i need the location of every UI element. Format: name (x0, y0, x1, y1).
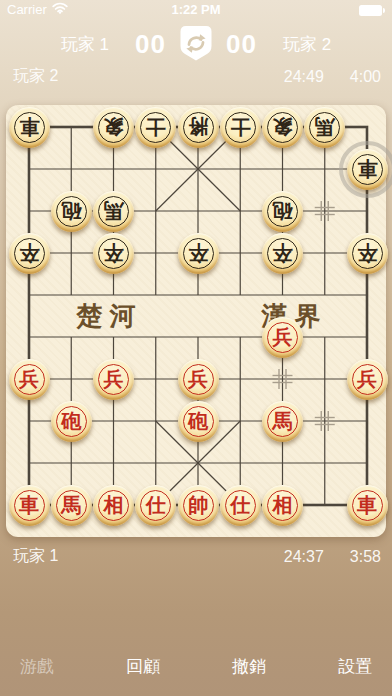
top-player-row: 玩家 2 24:49 4:00 (13, 66, 381, 87)
piece-glyph: 卒 (104, 243, 124, 263)
piece-red-rook[interactable]: 車 (347, 485, 388, 526)
piece-ring: 卒 (14, 238, 45, 269)
piece-glyph: 士 (230, 117, 250, 137)
piece-red-soldier[interactable]: 兵 (347, 359, 388, 400)
toolbar-undo-button[interactable]: 撤銷 (232, 655, 266, 678)
piece-red-advisor[interactable]: 仕 (220, 485, 261, 526)
piece-glyph: 馬 (315, 117, 335, 137)
piece-glyph: 兵 (357, 369, 377, 389)
piece-ring: 卒 (267, 238, 298, 269)
piece-black-elephant[interactable]: 象 (262, 107, 303, 148)
piece-ring: 仕 (140, 490, 171, 521)
piece-glyph: 馬 (273, 411, 293, 431)
piece-ring: 車 (352, 490, 383, 521)
piece-black-soldier[interactable]: 卒 (9, 233, 50, 274)
piece-glyph: 相 (104, 495, 124, 515)
swap-sides-icon (179, 25, 213, 63)
piece-red-rook[interactable]: 車 (9, 485, 50, 526)
piece-black-general[interactable]: 將 (178, 107, 219, 148)
player2-name: 玩家 2 (283, 33, 331, 56)
piece-red-elephant[interactable]: 相 (93, 485, 134, 526)
piece-red-elephant[interactable]: 相 (262, 485, 303, 526)
pieces-layer: 車象士將士象馬車砲馬砲卒卒卒卒卒兵兵兵兵兵砲砲馬車馬相仕帥仕相車 (6, 105, 386, 537)
piece-black-soldier[interactable]: 卒 (347, 233, 388, 274)
piece-ring: 車 (352, 154, 383, 185)
piece-ring: 兵 (267, 322, 298, 353)
piece-black-elephant[interactable]: 象 (93, 107, 134, 148)
piece-glyph: 士 (146, 117, 166, 137)
piece-ring: 砲 (56, 196, 87, 227)
piece-ring: 車 (14, 112, 45, 143)
piece-ring: 相 (98, 490, 129, 521)
bottom-player-name: 玩家 1 (13, 546, 58, 567)
piece-glyph: 相 (273, 495, 293, 515)
piece-ring: 砲 (267, 196, 298, 227)
piece-glyph: 馬 (61, 495, 81, 515)
piece-glyph: 砲 (61, 411, 81, 431)
piece-ring: 車 (14, 490, 45, 521)
piece-glyph: 馬 (104, 201, 124, 221)
player2-score: 00 (226, 29, 257, 60)
piece-red-soldier[interactable]: 兵 (262, 317, 303, 358)
player1-name: 玩家 1 (61, 33, 109, 56)
piece-black-soldier[interactable]: 卒 (93, 233, 134, 274)
piece-glyph: 兵 (273, 327, 293, 347)
piece-red-horse[interactable]: 馬 (51, 485, 92, 526)
piece-ring: 帥 (183, 490, 214, 521)
piece-ring: 卒 (352, 238, 383, 269)
piece-ring: 仕 (225, 490, 256, 521)
piece-glyph: 卒 (273, 243, 293, 263)
piece-ring: 卒 (98, 238, 129, 269)
top-player-move-time: 4:00 (350, 68, 381, 86)
piece-black-cannon[interactable]: 砲 (262, 191, 303, 232)
status-bar: Carrier 1:22 PM (0, 0, 392, 22)
piece-ring: 象 (267, 112, 298, 143)
piece-glyph: 卒 (188, 243, 208, 263)
piece-red-cannon[interactable]: 砲 (178, 401, 219, 442)
top-player-name: 玩家 2 (13, 66, 58, 87)
piece-ring: 士 (140, 112, 171, 143)
toolbar-game-button[interactable]: 游戲 (20, 655, 54, 678)
piece-red-advisor[interactable]: 仕 (135, 485, 176, 526)
piece-glyph: 卒 (19, 243, 39, 263)
piece-ring: 馬 (309, 112, 340, 143)
piece-black-cannon[interactable]: 砲 (51, 191, 92, 232)
piece-ring: 卒 (183, 238, 214, 269)
xiangqi-board[interactable]: 楚河 漢界 車象士將士象馬車砲馬砲卒卒卒卒卒兵兵兵兵兵砲砲馬車馬相仕帥仕相車 (6, 105, 386, 537)
app-screen: Carrier 1:22 PM 玩家 1 00 (0, 0, 392, 696)
top-player-total-time: 24:49 (284, 68, 324, 86)
piece-ring: 相 (267, 490, 298, 521)
piece-glyph: 兵 (19, 369, 39, 389)
player1-score: 00 (135, 29, 166, 60)
piece-ring: 砲 (56, 406, 87, 437)
bottom-player-move-time: 3:58 (350, 548, 381, 566)
piece-red-cannon[interactable]: 砲 (51, 401, 92, 442)
piece-ring: 將 (183, 112, 214, 143)
piece-glyph: 仕 (230, 495, 250, 515)
piece-ring: 馬 (56, 490, 87, 521)
piece-glyph: 車 (19, 495, 39, 515)
score-header: 玩家 1 00 00 玩家 2 (0, 25, 392, 63)
piece-red-horse[interactable]: 馬 (262, 401, 303, 442)
piece-glyph: 砲 (273, 201, 293, 221)
toolbar-review-button[interactable]: 回顧 (126, 655, 160, 678)
piece-glyph: 砲 (188, 411, 208, 431)
piece-glyph: 卒 (357, 243, 377, 263)
piece-black-rook[interactable]: 車 (347, 149, 388, 190)
piece-black-advisor[interactable]: 士 (220, 107, 261, 148)
piece-glyph: 仕 (146, 495, 166, 515)
piece-red-general[interactable]: 帥 (178, 485, 219, 526)
piece-ring: 兵 (183, 364, 214, 395)
piece-red-soldier[interactable]: 兵 (9, 359, 50, 400)
piece-ring: 馬 (267, 406, 298, 437)
piece-ring: 馬 (98, 196, 129, 227)
bottom-player-row: 玩家 1 24:37 3:58 (13, 546, 381, 567)
piece-ring: 兵 (98, 364, 129, 395)
piece-glyph: 兵 (104, 369, 124, 389)
piece-red-soldier[interactable]: 兵 (93, 359, 134, 400)
battery-icon (359, 5, 382, 16)
piece-black-horse[interactable]: 馬 (93, 191, 134, 232)
piece-black-advisor[interactable]: 士 (135, 107, 176, 148)
bottom-player-total-time: 24:37 (284, 548, 324, 566)
piece-glyph: 象 (104, 117, 124, 137)
toolbar-settings-button[interactable]: 設置 (338, 655, 372, 678)
bottom-toolbar: 游戲 回顧 撤銷 設置 (0, 646, 392, 696)
piece-glyph: 兵 (188, 369, 208, 389)
piece-ring: 象 (98, 112, 129, 143)
clock-time: 1:22 PM (0, 2, 392, 17)
piece-glyph: 車 (357, 495, 377, 515)
piece-glyph: 砲 (61, 201, 81, 221)
piece-glyph: 車 (357, 159, 377, 179)
piece-glyph: 將 (188, 117, 208, 137)
piece-glyph: 車 (19, 117, 39, 137)
piece-black-rook[interactable]: 車 (9, 107, 50, 148)
piece-red-soldier[interactable]: 兵 (178, 359, 219, 400)
piece-ring: 士 (225, 112, 256, 143)
piece-ring: 兵 (352, 364, 383, 395)
piece-glyph: 帥 (188, 495, 208, 515)
piece-ring: 兵 (14, 364, 45, 395)
piece-black-horse[interactable]: 馬 (304, 107, 345, 148)
piece-black-soldier[interactable]: 卒 (262, 233, 303, 274)
piece-glyph: 象 (273, 117, 293, 137)
piece-black-soldier[interactable]: 卒 (178, 233, 219, 274)
piece-ring: 砲 (183, 406, 214, 437)
